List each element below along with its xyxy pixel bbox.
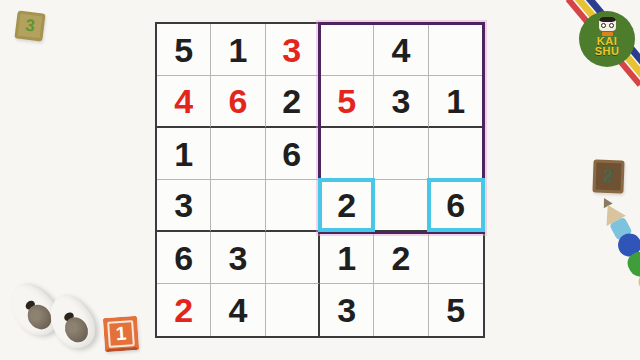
cell-r4c1[interactable]: 3: [157, 180, 211, 232]
cell-r4c3[interactable]: [266, 180, 320, 232]
cell-r3c3[interactable]: 6: [266, 128, 320, 180]
cell-r3c4[interactable]: [320, 128, 374, 180]
cell-r4c2[interactable]: [211, 180, 265, 232]
cell-r2c4[interactable]: 5: [320, 76, 374, 128]
app-background: KAI SHU 3 2 1 51344625311632663122435: [0, 0, 640, 360]
logo-text-line2: SHU: [595, 46, 620, 56]
cell-r2c2[interactable]: 6: [211, 76, 265, 128]
cell-r1c6[interactable]: [429, 24, 483, 76]
cell-r1c4[interactable]: [320, 24, 374, 76]
cell-r6c4[interactable]: 3: [320, 284, 374, 336]
cell-r2c5[interactable]: 3: [374, 76, 428, 128]
cell-r5c5[interactable]: 2: [374, 232, 428, 284]
cell-r4c5[interactable]: [374, 180, 428, 232]
toy-block-1-digit: 1: [115, 323, 127, 346]
cell-r6c3[interactable]: [266, 284, 320, 336]
cell-r6c2[interactable]: 4: [211, 284, 265, 336]
cell-r3c2[interactable]: [211, 128, 265, 180]
cell-r2c1[interactable]: 4: [157, 76, 211, 128]
cell-r6c5[interactable]: [374, 284, 428, 336]
kaishu-logo: KAI SHU: [579, 11, 635, 67]
cell-r5c3[interactable]: [266, 232, 320, 284]
toy-block-2: 2: [592, 159, 624, 193]
cell-r2c6[interactable]: 1: [429, 76, 483, 128]
cell-r1c3[interactable]: 3: [266, 24, 320, 76]
cell-r3c1[interactable]: 1: [157, 128, 211, 180]
toy-block-2-digit: 2: [603, 166, 614, 187]
cell-r2c3[interactable]: 2: [266, 76, 320, 128]
toy-block-3: 3: [14, 10, 45, 41]
toy-block-3-digit: 3: [24, 15, 36, 36]
sudoku-board: 51344625311632663122435: [155, 22, 485, 338]
baby-shoes: [10, 274, 114, 358]
cell-r5c1[interactable]: 6: [157, 232, 211, 284]
cell-r3c6[interactable]: [429, 128, 483, 180]
cell-r5c2[interactable]: 3: [211, 232, 265, 284]
bead-pencil: [593, 192, 640, 318]
cell-r1c1[interactable]: 5: [157, 24, 211, 76]
cell-r4c4[interactable]: 2: [320, 180, 374, 232]
sudoku-grid: 51344625311632663122435: [157, 24, 483, 336]
cell-r6c6[interactable]: 5: [429, 284, 483, 336]
cell-r5c6[interactable]: [429, 232, 483, 284]
cell-r1c5[interactable]: 4: [374, 24, 428, 76]
cell-r4c6[interactable]: 6: [429, 180, 483, 232]
kaishu-face-icon: [599, 17, 616, 31]
cell-r5c4[interactable]: 1: [320, 232, 374, 284]
cell-r1c2[interactable]: 1: [211, 24, 265, 76]
cell-r6c1[interactable]: 2: [157, 284, 211, 336]
cell-r3c5[interactable]: [374, 128, 428, 180]
